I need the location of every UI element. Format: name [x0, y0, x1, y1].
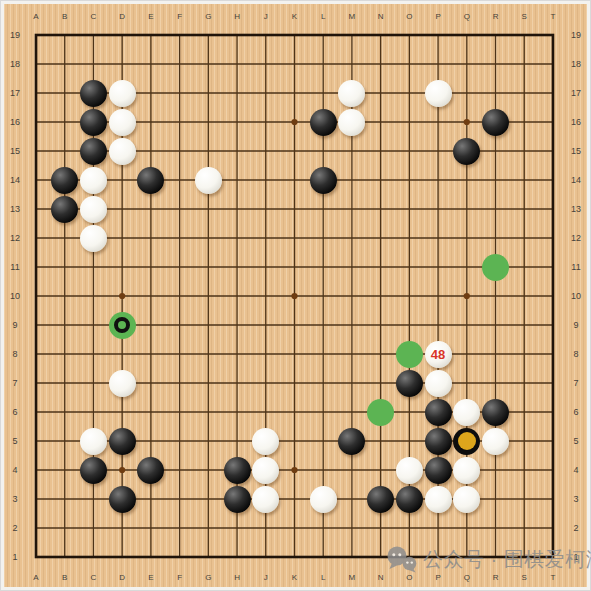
- stone-black-R16[interactable]: [482, 109, 509, 136]
- coord-label: 11: [571, 263, 580, 272]
- stone-black-M5[interactable]: [338, 428, 365, 455]
- coord-label: 8: [573, 350, 578, 359]
- coord-label: 14: [10, 176, 20, 185]
- coord-label: 17: [571, 89, 581, 98]
- coord-label: 15: [571, 147, 581, 156]
- coord-label: 18: [10, 60, 20, 69]
- coord-label: K: [292, 574, 297, 582]
- stone-black-D5[interactable]: [109, 428, 136, 455]
- marker-gold-ring-Q5[interactable]: [453, 428, 480, 455]
- stone-black-L14[interactable]: [310, 167, 337, 194]
- stone-white-Q6[interactable]: [453, 399, 480, 426]
- marker-green-N6[interactable]: [367, 399, 394, 426]
- stone-black-H3[interactable]: [224, 486, 251, 513]
- marker-green-ring-D9[interactable]: [109, 312, 136, 339]
- coord-label: 8: [12, 350, 17, 359]
- stone-white-P8[interactable]: 48: [425, 341, 452, 368]
- coord-label: 13: [10, 205, 20, 214]
- stone-black-E14[interactable]: [137, 167, 164, 194]
- coord-label: P: [435, 574, 440, 582]
- coord-label: 19: [10, 31, 20, 40]
- stone-black-R6[interactable]: [482, 399, 509, 426]
- stone-white-P3[interactable]: [425, 486, 452, 513]
- stone-black-P5[interactable]: [425, 428, 452, 455]
- stone-white-P17[interactable]: [425, 80, 452, 107]
- stone-white-C14[interactable]: [80, 167, 107, 194]
- stone-black-N3[interactable]: [367, 486, 394, 513]
- stone-white-R5[interactable]: [482, 428, 509, 455]
- coord-label: 11: [10, 263, 19, 272]
- stone-black-H4[interactable]: [224, 457, 251, 484]
- stone-white-D15[interactable]: [109, 138, 136, 165]
- coord-label: 7: [12, 379, 17, 388]
- coord-label: 5: [573, 437, 578, 446]
- stone-white-O4[interactable]: [396, 457, 423, 484]
- coord-label: C: [91, 574, 97, 582]
- coord-label: L: [321, 574, 325, 582]
- stone-white-J5[interactable]: [252, 428, 279, 455]
- coord-label: 3: [12, 495, 17, 504]
- coord-label: 14: [571, 176, 581, 185]
- stone-white-L3[interactable]: [310, 486, 337, 513]
- stone-white-C12[interactable]: [80, 225, 107, 252]
- coord-label: J: [264, 574, 268, 582]
- stone-white-D16[interactable]: [109, 109, 136, 136]
- coord-label: R: [493, 574, 499, 582]
- coord-label: Q: [464, 574, 470, 582]
- coord-label: B: [62, 574, 67, 582]
- coord-label: 1: [12, 553, 17, 562]
- stone-black-B13[interactable]: [51, 196, 78, 223]
- stone-black-L16[interactable]: [310, 109, 337, 136]
- stone-white-G14[interactable]: [195, 167, 222, 194]
- coord-label: S: [522, 574, 527, 582]
- coord-label: 12: [571, 234, 581, 243]
- stone-white-D17[interactable]: [109, 80, 136, 107]
- coord-label: 2: [12, 524, 17, 533]
- stone-black-O3[interactable]: [396, 486, 423, 513]
- stone-black-D3[interactable]: [109, 486, 136, 513]
- stone-white-P7[interactable]: [425, 370, 452, 397]
- stone-black-E4[interactable]: [137, 457, 164, 484]
- coord-label: A: [33, 574, 38, 582]
- coord-label: F: [177, 574, 182, 582]
- coord-label: 19: [571, 31, 581, 40]
- move-number-label: 48: [431, 348, 445, 361]
- coord-label: 12: [10, 234, 20, 243]
- marker-green-R11[interactable]: [482, 254, 509, 281]
- stone-black-C17[interactable]: [80, 80, 107, 107]
- coord-label: 4: [12, 466, 17, 475]
- coord-label: O: [406, 574, 412, 582]
- coord-label: 16: [10, 118, 20, 127]
- stone-white-Q4[interactable]: [453, 457, 480, 484]
- coord-label: 6: [12, 408, 17, 417]
- stone-black-P4[interactable]: [425, 457, 452, 484]
- marker-green-O8[interactable]: [396, 341, 423, 368]
- coord-label: N: [378, 574, 384, 582]
- coord-label: 4: [573, 466, 578, 475]
- stone-black-C16[interactable]: [80, 109, 107, 136]
- coord-label: 9: [12, 321, 17, 330]
- coord-label: E: [148, 574, 153, 582]
- coord-label: 5: [12, 437, 17, 446]
- coord-label: G: [205, 574, 211, 582]
- coord-label: 17: [10, 89, 20, 98]
- coord-label: 18: [571, 60, 581, 69]
- stone-black-O7[interactable]: [396, 370, 423, 397]
- coord-label: 7: [573, 379, 578, 388]
- coord-label: 3: [573, 495, 578, 504]
- coord-label: D: [119, 574, 125, 582]
- coord-label: 16: [571, 118, 581, 127]
- coord-label: 10: [571, 292, 581, 301]
- coord-label: 6: [573, 408, 578, 417]
- coord-label: 15: [10, 147, 20, 156]
- stones-layer[interactable]: 48: [22, 21, 568, 572]
- stone-white-D7[interactable]: [109, 370, 136, 397]
- coord-label: 10: [10, 292, 20, 301]
- coord-label: 9: [573, 321, 578, 330]
- stone-white-C13[interactable]: [80, 196, 107, 223]
- stone-black-B14[interactable]: [51, 167, 78, 194]
- screenshot-frame: ABCDEFGHJKLMNOPQRST ABCDEFGHJKLMNOPQRST …: [0, 0, 591, 591]
- stone-black-C15[interactable]: [80, 138, 107, 165]
- stone-black-Q15[interactable]: [453, 138, 480, 165]
- stone-white-Q3[interactable]: [453, 486, 480, 513]
- stone-white-J3[interactable]: [252, 486, 279, 513]
- coord-label: 1: [573, 553, 578, 562]
- stone-black-P6[interactable]: [425, 399, 452, 426]
- coord-label: M: [349, 574, 356, 582]
- coord-label: T: [551, 574, 556, 582]
- coord-label: H: [234, 574, 240, 582]
- stone-white-C5[interactable]: [80, 428, 107, 455]
- stone-white-M16[interactable]: [338, 109, 365, 136]
- coord-label: 13: [571, 205, 581, 214]
- stone-white-M17[interactable]: [338, 80, 365, 107]
- coord-label: 2: [573, 524, 578, 533]
- stone-white-J4[interactable]: [252, 457, 279, 484]
- stone-black-C4[interactable]: [80, 457, 107, 484]
